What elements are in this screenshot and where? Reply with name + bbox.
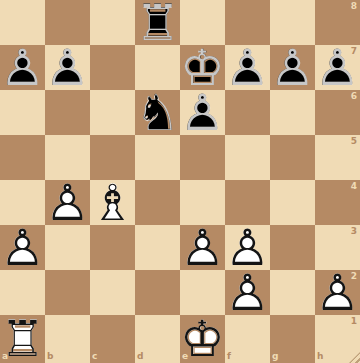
piece-fill-glyph: ♟ (270, 43, 315, 93)
square-b2[interactable] (45, 270, 90, 315)
square-f4[interactable] (225, 180, 270, 225)
piece-outline-glyph: ♙ (315, 268, 360, 318)
black-pawn-g7[interactable]: ♟♙ (270, 45, 315, 90)
piece-fill-glyph: ♚ (180, 43, 225, 93)
square-a7[interactable]: ♟♙ (0, 45, 45, 90)
square-g7[interactable]: ♟♙ (270, 45, 315, 90)
square-e7[interactable]: ♚♔ (180, 45, 225, 90)
square-g3[interactable] (270, 225, 315, 270)
square-d7[interactable] (135, 45, 180, 90)
piece-fill-glyph: ♝ (90, 178, 135, 228)
square-c3[interactable] (90, 225, 135, 270)
square-a8[interactable] (0, 0, 45, 45)
file-label-f: f (227, 352, 231, 361)
square-a5[interactable] (0, 135, 45, 180)
black-knight-d6[interactable]: ♞♘ (135, 90, 180, 135)
file-label-b: b (47, 352, 53, 361)
square-f7[interactable]: ♟♙ (225, 45, 270, 90)
piece-outline-glyph: ♙ (270, 43, 315, 93)
square-g6[interactable] (270, 90, 315, 135)
white-pawn-e3[interactable]: ♟♙ (180, 225, 225, 270)
black-rook-d8[interactable]: ♜♖ (135, 0, 180, 45)
piece-outline-glyph: ♙ (225, 43, 270, 93)
square-h6[interactable]: 6 (315, 90, 360, 135)
square-c8[interactable] (90, 0, 135, 45)
piece-outline-glyph: ♙ (0, 223, 45, 273)
square-e1[interactable]: ♚♔e (180, 315, 225, 363)
piece-outline-glyph: ♙ (45, 43, 90, 93)
piece-fill-glyph: ♜ (135, 0, 180, 48)
piece-fill-glyph: ♟ (315, 43, 360, 93)
square-f5[interactable] (225, 135, 270, 180)
square-e3[interactable]: ♟♙ (180, 225, 225, 270)
square-e4[interactable] (180, 180, 225, 225)
black-pawn-h7[interactable]: ♟♙ (315, 45, 360, 90)
square-g8[interactable] (270, 0, 315, 45)
square-d6[interactable]: ♞♘ (135, 90, 180, 135)
piece-outline-glyph: ♘ (135, 88, 180, 138)
square-d4[interactable] (135, 180, 180, 225)
square-c1[interactable]: c (90, 315, 135, 363)
square-h1[interactable]: h1 (315, 315, 360, 363)
piece-outline-glyph: ♔ (180, 314, 225, 363)
piece-outline-glyph: ♙ (45, 178, 90, 228)
square-c4[interactable]: ♝♗ (90, 180, 135, 225)
square-h8[interactable]: 8 (315, 0, 360, 45)
square-f2[interactable]: ♟♙ (225, 270, 270, 315)
square-h5[interactable]: 5 (315, 135, 360, 180)
white-pawn-a3[interactable]: ♟♙ (0, 225, 45, 270)
rank-label-8: 8 (351, 2, 357, 11)
piece-outline-glyph: ♙ (180, 223, 225, 273)
black-pawn-e6[interactable]: ♟♙ (180, 90, 225, 135)
square-f1[interactable]: f (225, 315, 270, 363)
piece-outline-glyph: ♙ (225, 268, 270, 318)
rank-label-1: 1 (351, 317, 357, 326)
square-b1[interactable]: b (45, 315, 90, 363)
square-b3[interactable] (45, 225, 90, 270)
square-f3[interactable]: ♟♙ (225, 225, 270, 270)
piece-fill-glyph: ♟ (0, 223, 45, 273)
piece-outline-glyph: ♖ (0, 314, 45, 363)
square-e5[interactable] (180, 135, 225, 180)
piece-fill-glyph: ♟ (225, 268, 270, 318)
piece-fill-glyph: ♞ (135, 88, 180, 138)
white-rook-a1[interactable]: ♜♖ (0, 315, 45, 363)
piece-fill-glyph: ♟ (180, 223, 225, 273)
square-e6[interactable]: ♟♙ (180, 90, 225, 135)
white-king-e1[interactable]: ♚♔ (180, 315, 225, 363)
square-h3[interactable]: 3 (315, 225, 360, 270)
black-king-e7[interactable]: ♚♔ (180, 45, 225, 90)
square-g5[interactable] (270, 135, 315, 180)
square-b4[interactable]: ♟♙ (45, 180, 90, 225)
square-c2[interactable] (90, 270, 135, 315)
white-pawn-b4[interactable]: ♟♙ (45, 180, 90, 225)
square-b5[interactable] (45, 135, 90, 180)
square-h4[interactable]: 4 (315, 180, 360, 225)
piece-fill-glyph: ♟ (0, 43, 45, 93)
square-a4[interactable] (0, 180, 45, 225)
piece-fill-glyph: ♟ (315, 268, 360, 318)
white-pawn-f2[interactable]: ♟♙ (225, 270, 270, 315)
rank-label-3: 3 (351, 227, 357, 236)
square-a1[interactable]: ♜♖a (0, 315, 45, 363)
piece-fill-glyph: ♚ (180, 314, 225, 363)
square-c5[interactable] (90, 135, 135, 180)
piece-outline-glyph: ♙ (0, 43, 45, 93)
chess-board: ♜♖8♟♙♟♙♚♔♟♙♟♙♟♙7♞♘♟♙65♟♙♝♗4♟♙♟♙♟♙3♟♙♟♙2♜… (0, 0, 360, 363)
square-d1[interactable]: d (135, 315, 180, 363)
black-pawn-f7[interactable]: ♟♙ (225, 45, 270, 90)
square-e8[interactable] (180, 0, 225, 45)
piece-fill-glyph: ♟ (45, 43, 90, 93)
square-b6[interactable] (45, 90, 90, 135)
square-d8[interactable]: ♜♖ (135, 0, 180, 45)
white-bishop-c4[interactable]: ♝♗ (90, 180, 135, 225)
square-c6[interactable] (90, 90, 135, 135)
white-pawn-h2[interactable]: ♟♙ (315, 270, 360, 315)
piece-fill-glyph: ♟ (225, 43, 270, 93)
square-a2[interactable] (0, 270, 45, 315)
rank-label-6: 6 (351, 92, 357, 101)
square-h2[interactable]: ♟♙2 (315, 270, 360, 315)
black-pawn-a7[interactable]: ♟♙ (0, 45, 45, 90)
piece-outline-glyph: ♙ (315, 43, 360, 93)
square-g4[interactable] (270, 180, 315, 225)
square-f6[interactable] (225, 90, 270, 135)
white-pawn-f3[interactable]: ♟♙ (225, 225, 270, 270)
piece-outline-glyph: ♗ (90, 178, 135, 228)
piece-outline-glyph: ♙ (180, 88, 225, 138)
square-d5[interactable] (135, 135, 180, 180)
file-label-c: c (92, 352, 97, 361)
file-label-g: g (272, 352, 278, 361)
square-c7[interactable] (90, 45, 135, 90)
square-a3[interactable]: ♟♙ (0, 225, 45, 270)
rank-label-5: 5 (351, 137, 357, 146)
square-h7[interactable]: ♟♙7 (315, 45, 360, 90)
piece-fill-glyph: ♜ (0, 314, 45, 363)
piece-outline-glyph: ♔ (180, 43, 225, 93)
square-d2[interactable] (135, 270, 180, 315)
piece-outline-glyph: ♖ (135, 0, 180, 48)
black-pawn-b7[interactable]: ♟♙ (45, 45, 90, 90)
file-label-d: d (137, 352, 143, 361)
piece-fill-glyph: ♟ (225, 223, 270, 273)
square-b7[interactable]: ♟♙ (45, 45, 90, 90)
square-f8[interactable] (225, 0, 270, 45)
piece-fill-glyph: ♟ (45, 178, 90, 228)
piece-outline-glyph: ♙ (225, 223, 270, 273)
square-b8[interactable] (45, 0, 90, 45)
square-d3[interactable] (135, 225, 180, 270)
piece-fill-glyph: ♟ (180, 88, 225, 138)
file-label-h: h (317, 352, 323, 361)
square-a6[interactable] (0, 90, 45, 135)
square-g1[interactable]: g (270, 315, 315, 363)
rank-label-4: 4 (351, 182, 357, 191)
square-g2[interactable] (270, 270, 315, 315)
square-e2[interactable] (180, 270, 225, 315)
